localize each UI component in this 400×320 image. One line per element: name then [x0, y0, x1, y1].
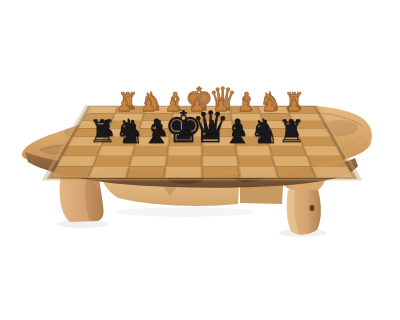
wooden-chess-table — [0, 0, 400, 320]
chess-piece-white-pawn[interactable]: ♟ — [286, 96, 302, 114]
product-photo-scene: ♜♞♝♛♚♝♞♜♟♟♟♟♟♟♟♟♟♟♟♟♟♟♟♟♜♞♝♛♚♝♞♜ — [0, 0, 400, 320]
chess-piece-black-knight[interactable]: ♞ — [114, 114, 144, 148]
chess-piece-black-bishop[interactable]: ♝ — [141, 114, 171, 148]
chess-piece-black-rook[interactable]: ♜ — [277, 116, 305, 147]
chess-piece-black-knight[interactable]: ♞ — [249, 114, 279, 148]
chess-piece-black-rook[interactable]: ♜ — [88, 116, 116, 147]
